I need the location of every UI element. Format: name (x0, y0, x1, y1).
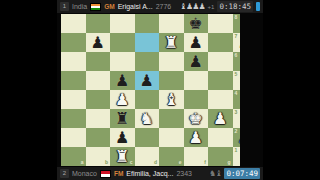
rank-coordinate-8: 8 (235, 15, 238, 20)
file-coordinate-a: a (81, 160, 84, 165)
file-coordinate-g: g (227, 160, 230, 165)
square-b2[interactable] (86, 128, 111, 147)
square-a8[interactable] (61, 14, 86, 33)
square-f3[interactable]: ♚ (184, 109, 209, 128)
square-a4[interactable] (61, 90, 86, 109)
square-f1[interactable]: f (184, 147, 209, 166)
square-c3[interactable]: ♜ (110, 109, 135, 128)
square-d4[interactable] (135, 90, 160, 109)
video-strip: 1 India GM Erigaisi A... 2776 ♝♟♟♟ +1 0:… (57, 0, 263, 180)
top-player-name: Erigaisi A... (118, 3, 153, 10)
black-p-piece-c2: ♟ (110, 128, 135, 147)
square-e1[interactable]: e (159, 147, 184, 166)
bottom-team-label: Monaco (72, 170, 97, 177)
black-r-piece-c3: ♜ (110, 109, 135, 128)
square-d7[interactable] (135, 33, 160, 52)
square-e4[interactable]: ♝ (159, 90, 184, 109)
square-c5[interactable]: ♟ (110, 71, 135, 90)
rank-coordinate-7: 7 (235, 34, 238, 39)
square-c7[interactable] (110, 33, 135, 52)
white-p-piece-c4: ♟ (110, 90, 135, 109)
square-f7[interactable]: ♟ (184, 33, 209, 52)
top-player-clock: 0:18:45 (217, 1, 253, 12)
square-e3[interactable] (159, 109, 184, 128)
black-p-piece-c5: ♟ (110, 71, 135, 90)
rank-coordinate-3: 3 (235, 110, 238, 115)
square-h8[interactable]: 8 (233, 14, 241, 33)
white-k-piece-f3: ♚ (184, 109, 209, 128)
bottom-player-bar: 2 Monaco FM Efimilia, Jacq... 2343 ♞♝ 0:… (57, 167, 263, 180)
square-h1[interactable]: 1h (233, 147, 241, 166)
square-g2[interactable] (208, 128, 233, 147)
square-e7[interactable]: ♜ (159, 33, 184, 52)
rank-coordinate-5: 5 (235, 72, 238, 77)
top-title-badge: GM (104, 3, 114, 10)
rank-coordinate-4: 4 (235, 91, 238, 96)
square-a5[interactable] (61, 71, 86, 90)
black-k-piece-f8: ♚ (184, 14, 209, 33)
square-b1[interactable]: b (86, 147, 111, 166)
square-h7[interactable]: ♟7 (233, 33, 241, 52)
square-g7[interactable] (208, 33, 233, 52)
white-p-piece-f2: ♟ (184, 128, 209, 147)
square-c6[interactable] (110, 52, 135, 71)
bottom-title-badge: FM (114, 170, 123, 177)
square-d6[interactable] (135, 52, 160, 71)
bottom-player-name: Efimilia, Jacq... (126, 170, 173, 177)
file-coordinate-f: f (204, 160, 206, 165)
square-a3[interactable] (61, 109, 86, 128)
white-b-piece-e4: ♝ (159, 90, 184, 109)
square-d8[interactable] (135, 14, 160, 33)
square-a2[interactable] (61, 128, 86, 147)
chess-board: ♚8♟♜♟♟7♟6♟♟5♟♝4♜♞♚♟3♟♟♟2ab♜cdefg1h (61, 14, 240, 166)
black-p-piece-f7: ♟ (184, 33, 209, 52)
square-b8[interactable] (86, 14, 111, 33)
square-f6[interactable]: ♟ (184, 52, 209, 71)
square-g3[interactable]: ♟ (208, 109, 233, 128)
square-e5[interactable] (159, 71, 184, 90)
square-f5[interactable] (184, 71, 209, 90)
square-h2[interactable]: ♟2 (233, 128, 241, 147)
square-g8[interactable] (208, 14, 233, 33)
square-b3[interactable] (86, 109, 111, 128)
top-captured-pieces: ♝♟♟♟ (180, 0, 205, 13)
bottom-player-rating: 2343 (176, 170, 192, 177)
top-player-bar: 1 India GM Erigaisi A... 2776 ♝♟♟♟ +1 0:… (57, 0, 263, 13)
square-b7[interactable]: ♟ (86, 33, 111, 52)
top-bar-accent-icon (256, 2, 260, 11)
square-h4[interactable]: 4 (233, 90, 241, 109)
square-g1[interactable]: g (208, 147, 233, 166)
square-c1[interactable]: ♜c (110, 147, 135, 166)
black-p-piece-d5: ♟ (135, 71, 160, 90)
black-p-piece-f6: ♟ (184, 52, 209, 71)
square-f8[interactable]: ♚ (184, 14, 209, 33)
square-g4[interactable] (208, 90, 233, 109)
square-f2[interactable]: ♟ (184, 128, 209, 147)
square-a6[interactable] (61, 52, 86, 71)
rank-coordinate-6: 6 (235, 53, 238, 58)
square-b5[interactable] (86, 71, 111, 90)
square-b6[interactable] (86, 52, 111, 71)
monaco-flag-icon (100, 170, 111, 178)
top-team-label: India (72, 3, 87, 10)
square-e2[interactable] (159, 128, 184, 147)
file-coordinate-d: d (154, 160, 157, 165)
square-f4[interactable] (184, 90, 209, 109)
square-h5[interactable]: 5 (233, 71, 241, 90)
bottom-player-clock: 0:07:49 (224, 168, 260, 179)
square-e6[interactable] (159, 52, 184, 71)
file-coordinate-b: b (105, 160, 108, 165)
square-h3[interactable]: 3 (233, 109, 241, 128)
square-c4[interactable]: ♟ (110, 90, 135, 109)
square-h6[interactable]: 6 (233, 52, 241, 71)
square-g5[interactable] (208, 71, 233, 90)
square-d3[interactable]: ♞ (135, 109, 160, 128)
file-coordinate-c: c (130, 160, 133, 165)
white-p-piece-g3: ♟ (208, 109, 233, 128)
square-d2[interactable] (135, 128, 160, 147)
square-a7[interactable] (61, 33, 86, 52)
square-d5[interactable]: ♟ (135, 71, 160, 90)
top-player-rating: 2776 (156, 3, 172, 10)
square-d1[interactable]: d (135, 147, 160, 166)
black-p-piece-b7: ♟ (86, 33, 111, 52)
bottom-captured-pieces: ♞♝ (209, 167, 221, 180)
rank-coordinate-2: 2 (235, 129, 238, 134)
file-coordinate-e: e (179, 160, 182, 165)
white-n-piece-d3: ♞ (135, 109, 160, 128)
rank-coordinate-1: 1 (235, 148, 238, 153)
square-a1[interactable]: a (61, 147, 86, 166)
india-flag-icon (90, 3, 101, 11)
top-board-number: 1 (60, 2, 69, 11)
top-material-diff: +1 (208, 4, 215, 10)
square-e8[interactable] (159, 14, 184, 33)
square-c2[interactable]: ♟ (110, 128, 135, 147)
square-g6[interactable] (208, 52, 233, 71)
white-r-piece-e7: ♜ (159, 33, 184, 52)
square-b4[interactable] (86, 90, 111, 109)
bottom-board-number: 2 (60, 169, 69, 178)
square-c8[interactable] (110, 14, 135, 33)
